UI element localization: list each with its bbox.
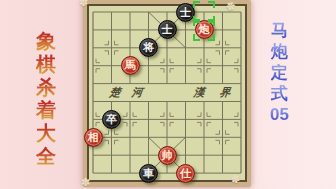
river-label: 界 xyxy=(219,85,232,100)
red-elephant[interactable]: 相 xyxy=(84,128,103,147)
red-cannon[interactable]: 炮 xyxy=(195,20,214,39)
river-label: 河 xyxy=(131,85,144,100)
red-advisor[interactable]: 仕 xyxy=(176,164,195,183)
black-chariot[interactable]: 車 xyxy=(139,164,158,183)
black-pawn[interactable]: 卒 xyxy=(102,110,121,129)
xiangqi-app-screen: 象棋杀着大全 马炮定式05 ✽ ✽ ✽ ✽ 楚河漢界士士将卒車炮馬相帅仕 xyxy=(0,0,336,189)
river-label: 楚 xyxy=(109,85,122,100)
red-general[interactable]: 帅 xyxy=(158,146,177,165)
river-label: 漢 xyxy=(193,85,206,100)
red-horse[interactable]: 馬 xyxy=(121,56,140,75)
black-advisor-1[interactable]: 士 xyxy=(176,3,195,22)
black-advisor-2[interactable]: 士 xyxy=(158,20,177,39)
